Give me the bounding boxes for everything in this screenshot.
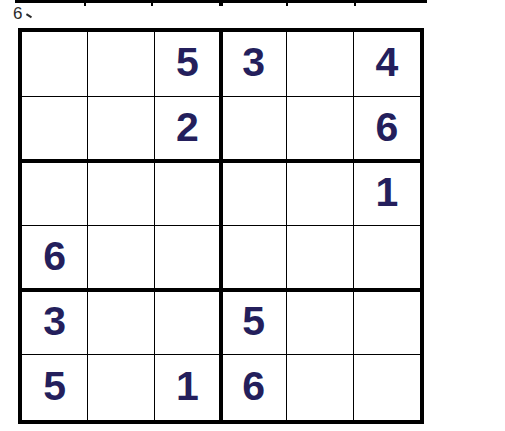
given-digit: 6 — [43, 236, 66, 277]
cell-r4c4[interactable] — [221, 226, 287, 291]
cell-r4c2[interactable] — [88, 226, 154, 291]
cell-r6c4[interactable]: 6 — [221, 355, 287, 420]
given-digit: 5 — [43, 366, 66, 407]
cell-r3c2[interactable] — [88, 161, 154, 226]
given-digit: 3 — [43, 301, 66, 342]
crop-artifact-tick — [84, 3, 86, 6]
cell-r1c2[interactable] — [88, 32, 154, 97]
given-digit: 4 — [375, 42, 398, 83]
cell-r4c1[interactable]: 6 — [22, 226, 88, 291]
given-digit: 3 — [242, 42, 265, 83]
cell-r5c5[interactable] — [287, 291, 353, 356]
puzzle-number: 6 — [13, 4, 23, 23]
cell-r2c6[interactable]: 6 — [354, 97, 420, 162]
cell-r5c6[interactable] — [354, 291, 420, 356]
cell-r2c1[interactable] — [22, 97, 88, 162]
cell-r1c3[interactable]: 5 — [155, 32, 221, 97]
cell-r2c5[interactable] — [287, 97, 353, 162]
given-digit: 5 — [242, 301, 265, 342]
given-digit: 1 — [375, 172, 398, 213]
cell-r4c6[interactable] — [354, 226, 420, 291]
box-divider-vertical — [219, 28, 223, 424]
cell-r2c3[interactable]: 2 — [155, 97, 221, 162]
cell-r1c5[interactable] — [287, 32, 353, 97]
cell-r3c3[interactable] — [155, 161, 221, 226]
cropped-grid-above-bottom-line — [15, 0, 427, 3]
cell-r6c3[interactable]: 1 — [155, 355, 221, 420]
box-divider-horizontal-2 — [18, 288, 424, 292]
given-digit: 1 — [176, 366, 199, 407]
given-digit: 6 — [242, 366, 265, 407]
cell-r1c1[interactable] — [22, 32, 88, 97]
cell-r6c6[interactable] — [354, 355, 420, 420]
cell-r5c2[interactable] — [88, 291, 154, 356]
cell-r2c4[interactable] — [221, 97, 287, 162]
cell-r6c5[interactable] — [287, 355, 353, 420]
given-digit: 2 — [176, 107, 199, 148]
cell-r3c1[interactable] — [22, 161, 88, 226]
cell-r3c5[interactable] — [287, 161, 353, 226]
cell-r4c3[interactable] — [155, 226, 221, 291]
cell-r5c3[interactable] — [155, 291, 221, 356]
crop-artifact-tick — [354, 3, 356, 6]
cell-r1c4[interactable]: 3 — [221, 32, 287, 97]
cell-r1c6[interactable]: 4 — [354, 32, 420, 97]
cell-r2c2[interactable] — [88, 97, 154, 162]
crop-artifact-tick — [151, 3, 153, 6]
cjk-enumeration-comma-icon — [26, 6, 36, 18]
crop-artifact-tick — [219, 3, 223, 6]
puzzle-number-label: 6 — [13, 4, 33, 23]
sudoku-board-wrap: 534261635516 — [18, 28, 424, 424]
box-divider-horizontal-1 — [18, 159, 424, 163]
cell-r5c1[interactable]: 3 — [22, 291, 88, 356]
given-digit: 6 — [375, 107, 398, 148]
cell-r6c2[interactable] — [88, 355, 154, 420]
crop-artifact-tick — [286, 3, 288, 6]
cell-r3c6[interactable]: 1 — [354, 161, 420, 226]
cell-r4c5[interactable] — [287, 226, 353, 291]
cell-r5c4[interactable]: 5 — [221, 291, 287, 356]
cell-r3c4[interactable] — [221, 161, 287, 226]
given-digit: 5 — [176, 42, 199, 83]
cell-r6c1[interactable]: 5 — [22, 355, 88, 420]
